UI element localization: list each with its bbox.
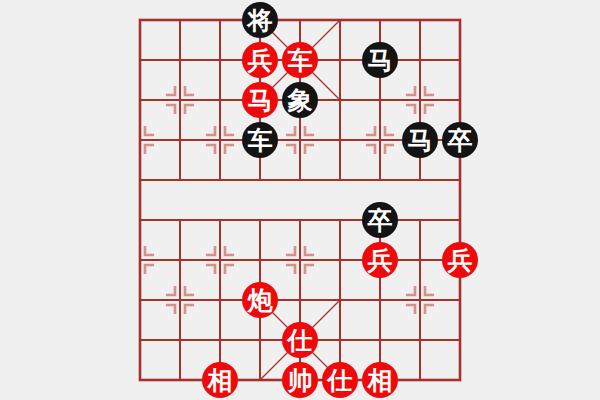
piece-red-chariot[interactable]: 车 bbox=[282, 42, 318, 78]
piece-red-horse[interactable]: 马 bbox=[242, 82, 278, 118]
pieces-layer: 将兵车马马象车马卒卒兵兵炮仕相帅仕相 bbox=[120, 0, 480, 400]
piece-black-general[interactable]: 将 bbox=[242, 2, 278, 38]
piece-red-advisor[interactable]: 仕 bbox=[282, 322, 318, 358]
piece-red-cannon[interactable]: 炮 bbox=[242, 282, 278, 318]
piece-black-elephant[interactable]: 象 bbox=[282, 82, 318, 118]
piece-black-chariot[interactable]: 车 bbox=[242, 122, 278, 158]
piece-red-soldier[interactable]: 兵 bbox=[362, 242, 398, 278]
piece-black-soldier[interactable]: 卒 bbox=[362, 202, 398, 238]
piece-red-elephant[interactable]: 相 bbox=[362, 362, 398, 398]
piece-black-horse[interactable]: 马 bbox=[362, 42, 398, 78]
piece-black-soldier[interactable]: 卒 bbox=[442, 122, 478, 158]
piece-red-soldier[interactable]: 兵 bbox=[242, 42, 278, 78]
piece-red-elephant[interactable]: 相 bbox=[202, 362, 238, 398]
piece-black-horse[interactable]: 马 bbox=[402, 122, 438, 158]
piece-red-advisor[interactable]: 仕 bbox=[322, 362, 358, 398]
piece-red-soldier[interactable]: 兵 bbox=[442, 242, 478, 278]
piece-red-general[interactable]: 帅 bbox=[282, 362, 318, 398]
xiangqi-app-window: 将兵车马马象车马卒卒兵兵炮仕相帅仕相 bbox=[0, 0, 600, 400]
